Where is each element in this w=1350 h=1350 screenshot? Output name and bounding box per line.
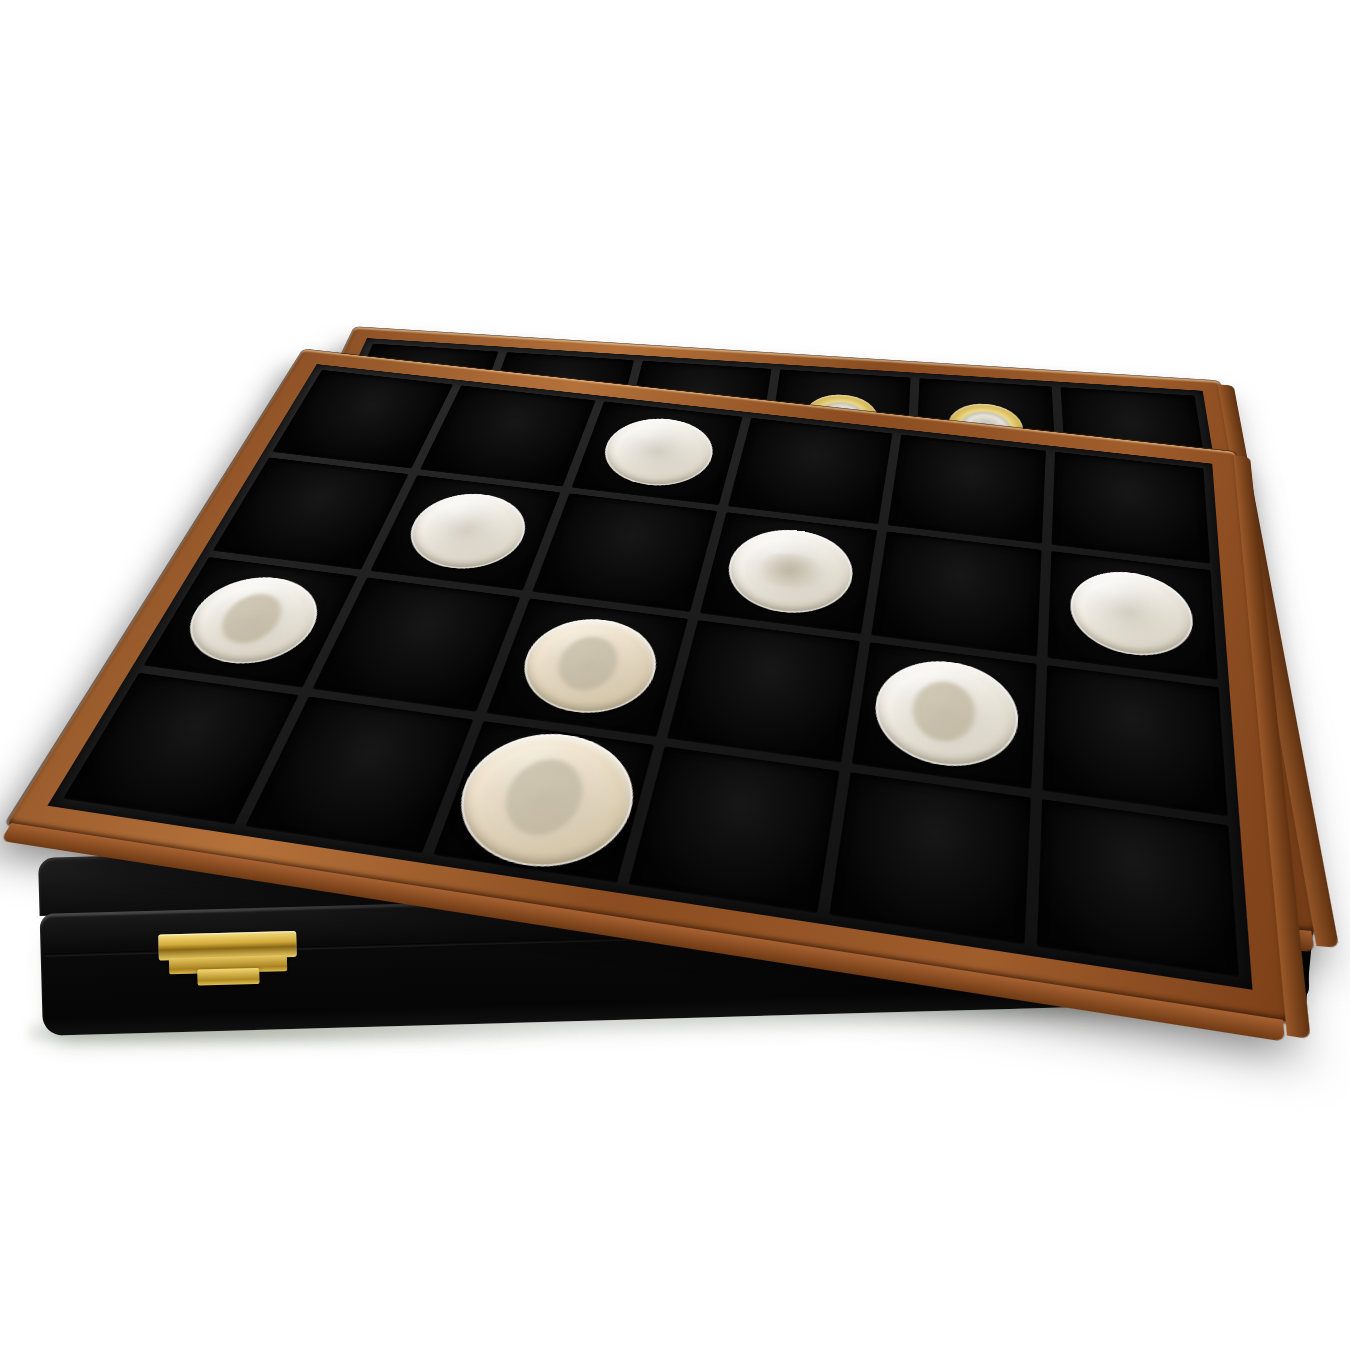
coin-eagle bbox=[720, 524, 859, 621]
coin-morgan-large bbox=[440, 724, 648, 878]
tray-cell bbox=[699, 512, 877, 634]
tray-cell bbox=[272, 370, 453, 468]
product-photo-scene: A bbox=[0, 0, 1350, 1350]
coin-silver bbox=[396, 488, 537, 575]
tray-cell bbox=[628, 746, 839, 913]
tray-cell bbox=[887, 434, 1045, 543]
coin-peace bbox=[869, 654, 1021, 776]
tray-cell bbox=[851, 642, 1036, 788]
coin-morgan bbox=[510, 612, 667, 721]
tray-cell bbox=[487, 598, 688, 736]
tray-cell bbox=[533, 493, 717, 612]
tray-cell bbox=[572, 401, 742, 504]
tray-cell bbox=[666, 620, 859, 762]
tray-cell bbox=[728, 418, 893, 524]
tray-cell bbox=[1042, 665, 1227, 816]
tray-cell bbox=[433, 721, 653, 883]
coin-silver bbox=[1070, 566, 1195, 663]
tray-cell bbox=[871, 531, 1042, 657]
tray-cell bbox=[1047, 551, 1218, 680]
tray-cell bbox=[1037, 799, 1239, 978]
tray-cell bbox=[1051, 452, 1210, 564]
coin-portrait bbox=[170, 571, 334, 671]
tray-cell bbox=[420, 385, 596, 486]
tray-cell bbox=[829, 772, 1031, 945]
coin-silver bbox=[595, 413, 721, 491]
case-latch-left bbox=[158, 931, 297, 961]
